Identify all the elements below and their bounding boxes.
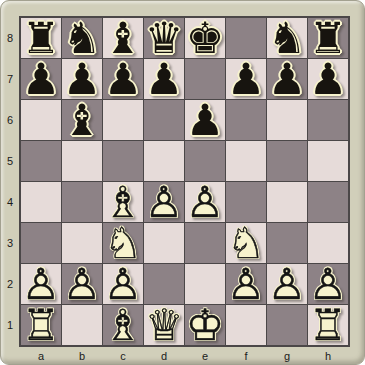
square-g1[interactable] xyxy=(267,305,307,345)
piece-black-pawn-c7-icon[interactable]: ♟ xyxy=(103,59,143,99)
black-piece-fill: ♟ xyxy=(185,100,225,140)
square-c7[interactable]: ♟ xyxy=(103,59,143,99)
square-g6[interactable] xyxy=(267,100,307,140)
piece-white-pawn-b2-icon[interactable]: ♟♙ xyxy=(62,264,102,304)
white-piece-outline: ♘ xyxy=(103,223,143,263)
square-b8[interactable]: ♞ xyxy=(62,18,102,58)
square-h3[interactable] xyxy=(308,223,348,263)
square-f6[interactable] xyxy=(226,100,266,140)
square-e8[interactable]: ♚ xyxy=(185,18,225,58)
piece-black-pawn-g7-icon[interactable]: ♟ xyxy=(267,59,307,99)
piece-black-pawn-h7-icon[interactable]: ♟ xyxy=(308,59,348,99)
square-f8[interactable] xyxy=(226,18,266,58)
piece-black-pawn-a7-icon[interactable]: ♟ xyxy=(21,59,61,99)
piece-white-rook-h1-icon[interactable]: ♜♖ xyxy=(308,305,348,345)
piece-white-pawn-h2-icon[interactable]: ♟♙ xyxy=(308,264,348,304)
white-piece-outline: ♗ xyxy=(103,182,143,222)
black-piece-fill: ♚ xyxy=(185,18,225,58)
rank-label-7: 7 xyxy=(1,59,19,99)
square-a4[interactable] xyxy=(21,182,61,222)
square-e4[interactable]: ♟♙ xyxy=(185,182,225,222)
square-b3[interactable] xyxy=(62,223,102,263)
black-piece-fill: ♞ xyxy=(62,18,102,58)
rank-label-6: 6 xyxy=(1,100,19,140)
black-piece-fill: ♜ xyxy=(308,18,348,58)
black-piece-fill: ♟ xyxy=(21,59,61,99)
piece-white-pawn-d4-icon[interactable]: ♟♙ xyxy=(144,182,184,222)
white-piece-outline: ♖ xyxy=(308,305,348,345)
square-e6[interactable]: ♟ xyxy=(185,100,225,140)
square-h5[interactable] xyxy=(308,141,348,181)
piece-white-pawn-c2-icon[interactable]: ♟♙ xyxy=(103,264,143,304)
black-piece-fill: ♟ xyxy=(226,59,266,99)
file-label-b: b xyxy=(62,349,102,363)
square-d4[interactable]: ♟♙ xyxy=(144,182,184,222)
square-g7[interactable]: ♟ xyxy=(267,59,307,99)
rank-label-8: 8 xyxy=(1,18,19,58)
square-a7[interactable]: ♟ xyxy=(21,59,61,99)
rank-labels: 87654321 xyxy=(1,18,19,345)
square-b6[interactable]: ♝ xyxy=(62,100,102,140)
square-g4[interactable] xyxy=(267,182,307,222)
square-f4[interactable] xyxy=(226,182,266,222)
square-h6[interactable] xyxy=(308,100,348,140)
piece-black-pawn-d7-icon[interactable]: ♟ xyxy=(144,59,184,99)
piece-black-bishop-c8-icon[interactable]: ♝ xyxy=(103,18,143,58)
rank-label-3: 3 xyxy=(1,223,19,263)
square-e3[interactable] xyxy=(185,223,225,263)
white-piece-outline: ♙ xyxy=(144,182,184,222)
square-b4[interactable] xyxy=(62,182,102,222)
file-label-h: h xyxy=(308,349,348,363)
piece-white-bishop-c4-icon[interactable]: ♝♗ xyxy=(103,182,143,222)
piece-black-rook-h8-icon[interactable]: ♜ xyxy=(308,18,348,58)
black-piece-fill: ♟ xyxy=(144,59,184,99)
square-c6[interactable] xyxy=(103,100,143,140)
square-d3[interactable] xyxy=(144,223,184,263)
square-e1[interactable]: ♚♔ xyxy=(185,305,225,345)
piece-white-king-e1-icon[interactable]: ♚♔ xyxy=(185,305,225,345)
black-piece-fill: ♟ xyxy=(267,59,307,99)
white-piece-outline: ♙ xyxy=(226,264,266,304)
black-piece-fill: ♛ xyxy=(144,18,184,58)
piece-black-bishop-b6-icon[interactable]: ♝ xyxy=(62,100,102,140)
square-d7[interactable]: ♟ xyxy=(144,59,184,99)
white-piece-outline: ♙ xyxy=(62,264,102,304)
piece-white-bishop-c1-icon[interactable]: ♝♗ xyxy=(103,305,143,345)
white-piece-outline: ♙ xyxy=(21,264,61,304)
black-piece-fill: ♟ xyxy=(308,59,348,99)
piece-white-knight-f3-icon[interactable]: ♞♘ xyxy=(226,223,266,263)
piece-white-rook-a1-icon[interactable]: ♜♖ xyxy=(21,305,61,345)
square-d2[interactable] xyxy=(144,264,184,304)
file-label-d: d xyxy=(144,349,184,363)
square-f7[interactable]: ♟ xyxy=(226,59,266,99)
square-h2[interactable]: ♟♙ xyxy=(308,264,348,304)
rank-label-1: 1 xyxy=(1,305,19,345)
square-a5[interactable] xyxy=(21,141,61,181)
file-label-a: a xyxy=(21,349,61,363)
black-piece-fill: ♟ xyxy=(103,59,143,99)
rank-label-5: 5 xyxy=(1,141,19,181)
square-g2[interactable]: ♟♙ xyxy=(267,264,307,304)
square-e5[interactable] xyxy=(185,141,225,181)
rank-label-4: 4 xyxy=(1,182,19,222)
square-f2[interactable]: ♟♙ xyxy=(226,264,266,304)
white-piece-outline: ♕ xyxy=(144,305,184,345)
piece-black-knight-b8-icon[interactable]: ♞ xyxy=(62,18,102,58)
square-d5[interactable] xyxy=(144,141,184,181)
chess-board-window: 87654321 ♜♞♝♛♚♞♜♟♟♟♟♟♟♟♝♟♝♗♟♙♟♙♞♘♞♘♟♙♟♙♟… xyxy=(0,0,365,365)
white-piece-outline: ♗ xyxy=(103,305,143,345)
white-piece-outline: ♖ xyxy=(21,305,61,345)
square-g8[interactable]: ♞ xyxy=(267,18,307,58)
square-a6[interactable] xyxy=(21,100,61,140)
chess-board: ♜♞♝♛♚♞♜♟♟♟♟♟♟♟♝♟♝♗♟♙♟♙♞♘♞♘♟♙♟♙♟♙♟♙♟♙♟♙♜♖… xyxy=(19,16,350,347)
square-g5[interactable] xyxy=(267,141,307,181)
square-h8[interactable]: ♜ xyxy=(308,18,348,58)
piece-black-queen-d8-icon[interactable]: ♛ xyxy=(144,18,184,58)
square-a2[interactable]: ♟♙ xyxy=(21,264,61,304)
piece-white-pawn-e4-icon[interactable]: ♟♙ xyxy=(185,182,225,222)
white-piece-outline: ♔ xyxy=(185,305,225,345)
square-d8[interactable]: ♛ xyxy=(144,18,184,58)
square-f3[interactable]: ♞♘ xyxy=(226,223,266,263)
square-c5[interactable] xyxy=(103,141,143,181)
square-h1[interactable]: ♜♖ xyxy=(308,305,348,345)
white-piece-outline: ♙ xyxy=(103,264,143,304)
square-b7[interactable]: ♟ xyxy=(62,59,102,99)
white-piece-outline: ♙ xyxy=(308,264,348,304)
square-h7[interactable]: ♟ xyxy=(308,59,348,99)
piece-white-pawn-g2-icon[interactable]: ♟♙ xyxy=(267,264,307,304)
square-c1[interactable]: ♝♗ xyxy=(103,305,143,345)
square-h4[interactable] xyxy=(308,182,348,222)
white-piece-outline: ♘ xyxy=(226,223,266,263)
piece-white-pawn-f2-icon[interactable]: ♟♙ xyxy=(226,264,266,304)
black-piece-fill: ♝ xyxy=(62,100,102,140)
square-c8[interactable]: ♝ xyxy=(103,18,143,58)
piece-black-pawn-f7-icon[interactable]: ♟ xyxy=(226,59,266,99)
square-e2[interactable] xyxy=(185,264,225,304)
piece-black-rook-a8-icon[interactable]: ♜ xyxy=(21,18,61,58)
file-label-f: f xyxy=(226,349,266,363)
square-b1[interactable] xyxy=(62,305,102,345)
piece-black-king-e8-icon[interactable]: ♚ xyxy=(185,18,225,58)
white-piece-outline: ♙ xyxy=(185,182,225,222)
file-label-g: g xyxy=(267,349,307,363)
square-c2[interactable]: ♟♙ xyxy=(103,264,143,304)
square-a8[interactable]: ♜ xyxy=(21,18,61,58)
square-c3[interactable]: ♞♘ xyxy=(103,223,143,263)
square-e7[interactable] xyxy=(185,59,225,99)
square-b2[interactable]: ♟♙ xyxy=(62,264,102,304)
piece-white-queen-d1-icon[interactable]: ♛♕ xyxy=(144,305,184,345)
piece-white-knight-c3-icon[interactable]: ♞♘ xyxy=(103,223,143,263)
file-label-c: c xyxy=(103,349,143,363)
square-a3[interactable] xyxy=(21,223,61,263)
square-d6[interactable] xyxy=(144,100,184,140)
black-piece-fill: ♟ xyxy=(62,59,102,99)
black-piece-fill: ♜ xyxy=(21,18,61,58)
piece-black-pawn-b7-icon[interactable]: ♟ xyxy=(62,59,102,99)
black-piece-fill: ♞ xyxy=(267,18,307,58)
square-f1[interactable] xyxy=(226,305,266,345)
white-piece-outline: ♙ xyxy=(267,264,307,304)
square-f5[interactable] xyxy=(226,141,266,181)
black-piece-fill: ♝ xyxy=(103,18,143,58)
square-d1[interactable]: ♛♕ xyxy=(144,305,184,345)
piece-black-knight-g8-icon[interactable]: ♞ xyxy=(267,18,307,58)
square-a1[interactable]: ♜♖ xyxy=(21,305,61,345)
rank-label-2: 2 xyxy=(1,264,19,304)
file-labels: abcdefgh xyxy=(21,349,348,363)
file-label-e: e xyxy=(185,349,225,363)
square-c4[interactable]: ♝♗ xyxy=(103,182,143,222)
square-b5[interactable] xyxy=(62,141,102,181)
piece-black-pawn-e6-icon[interactable]: ♟ xyxy=(185,100,225,140)
piece-white-pawn-a2-icon[interactable]: ♟♙ xyxy=(21,264,61,304)
square-g3[interactable] xyxy=(267,223,307,263)
